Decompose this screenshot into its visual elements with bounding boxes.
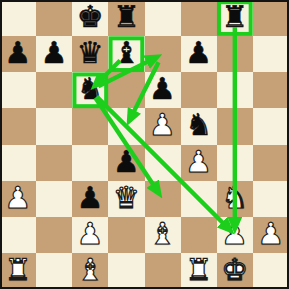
square-a1[interactable]: ♜ — [0, 253, 36, 289]
square-b4[interactable] — [36, 145, 72, 181]
square-a5[interactable] — [0, 108, 36, 144]
square-a6[interactable] — [0, 72, 36, 108]
piece-white-pawn-f4[interactable]: ♟ — [185, 147, 212, 177]
piece-white-rook-a1[interactable]: ♜ — [5, 255, 32, 285]
square-c5[interactable] — [72, 108, 108, 144]
square-d3[interactable]: ♛ — [108, 181, 144, 217]
square-e5[interactable]: ♟ — [145, 108, 181, 144]
piece-white-bishop-e2[interactable]: ♝ — [149, 219, 176, 249]
piece-black-queen-c7[interactable]: ♛ — [77, 38, 104, 68]
piece-black-rook-g8[interactable]: ♜ — [221, 2, 248, 32]
square-h7[interactable] — [253, 36, 289, 72]
piece-black-pawn-f7[interactable]: ♟ — [185, 38, 212, 68]
square-g5[interactable] — [217, 108, 253, 144]
square-e1[interactable] — [145, 253, 181, 289]
square-f5[interactable]: ♞ — [181, 108, 217, 144]
square-f4[interactable]: ♟ — [181, 145, 217, 181]
square-d4[interactable]: ♟ — [108, 145, 144, 181]
square-h6[interactable] — [253, 72, 289, 108]
piece-black-knight-c6[interactable]: ♞ — [77, 74, 104, 104]
piece-black-pawn-b7[interactable]: ♟ — [41, 38, 68, 68]
piece-white-pawn-a3[interactable]: ♟ — [5, 183, 32, 213]
square-g3[interactable]: ♞ — [217, 181, 253, 217]
square-c7[interactable]: ♛ — [72, 36, 108, 72]
piece-black-pawn-a7[interactable]: ♟ — [5, 38, 32, 68]
piece-black-pawn-c3[interactable]: ♟ — [77, 183, 104, 213]
piece-black-pawn-e6[interactable]: ♟ — [149, 74, 176, 104]
square-e2[interactable]: ♝ — [145, 217, 181, 253]
piece-black-pawn-d4[interactable]: ♟ — [113, 147, 140, 177]
square-e4[interactable] — [145, 145, 181, 181]
square-c4[interactable] — [72, 145, 108, 181]
square-a7[interactable]: ♟ — [0, 36, 36, 72]
square-h5[interactable] — [253, 108, 289, 144]
square-e8[interactable] — [145, 0, 181, 36]
square-c6[interactable]: ♞ — [72, 72, 108, 108]
square-b6[interactable] — [36, 72, 72, 108]
piece-black-bishop-d7[interactable]: ♝ — [113, 38, 140, 68]
square-g6[interactable] — [217, 72, 253, 108]
square-c1[interactable]: ♝ — [72, 253, 108, 289]
square-h4[interactable] — [253, 145, 289, 181]
square-d5[interactable] — [108, 108, 144, 144]
piece-white-pawn-c2[interactable]: ♟ — [77, 219, 104, 249]
square-f2[interactable] — [181, 217, 217, 253]
square-c8[interactable]: ♚ — [72, 0, 108, 36]
piece-white-king-g1[interactable]: ♚ — [221, 255, 248, 285]
square-f6[interactable] — [181, 72, 217, 108]
square-d1[interactable] — [108, 253, 144, 289]
square-g8[interactable]: ♜ — [217, 0, 253, 36]
square-g7[interactable] — [217, 36, 253, 72]
chess-board: ♚♜♜♟♟♛♝♟♞♟♟♞♟♟♟♟♛♞♟♝♟♟♜♝♜♚ — [0, 0, 289, 289]
square-f8[interactable] — [181, 0, 217, 36]
square-e7[interactable] — [145, 36, 181, 72]
square-a8[interactable] — [0, 0, 36, 36]
square-g4[interactable] — [217, 145, 253, 181]
piece-white-pawn-e5[interactable]: ♟ — [149, 110, 176, 140]
square-g2[interactable]: ♟ — [217, 217, 253, 253]
piece-black-rook-d8[interactable]: ♜ — [113, 2, 140, 32]
piece-white-pawn-h2[interactable]: ♟ — [257, 219, 284, 249]
square-d6[interactable] — [108, 72, 144, 108]
square-h2[interactable]: ♟ — [253, 217, 289, 253]
square-h1[interactable] — [253, 253, 289, 289]
square-c3[interactable]: ♟ — [72, 181, 108, 217]
square-a4[interactable] — [0, 145, 36, 181]
square-b2[interactable] — [36, 217, 72, 253]
square-e6[interactable]: ♟ — [145, 72, 181, 108]
square-g1[interactable]: ♚ — [217, 253, 253, 289]
square-e3[interactable] — [145, 181, 181, 217]
piece-white-rook-f1[interactable]: ♜ — [185, 255, 212, 285]
piece-white-queen-d3[interactable]: ♛ — [113, 183, 140, 213]
square-b5[interactable] — [36, 108, 72, 144]
square-h3[interactable] — [253, 181, 289, 217]
piece-black-knight-f5[interactable]: ♞ — [185, 110, 212, 140]
board-grid: ♚♜♜♟♟♛♝♟♞♟♟♞♟♟♟♟♛♞♟♝♟♟♜♝♜♚ — [0, 0, 289, 289]
square-h8[interactable] — [253, 0, 289, 36]
piece-white-bishop-c1[interactable]: ♝ — [77, 255, 104, 285]
piece-black-king-c8[interactable]: ♚ — [77, 2, 104, 32]
square-f3[interactable] — [181, 181, 217, 217]
piece-white-knight-g3[interactable]: ♞ — [221, 183, 248, 213]
square-b3[interactable] — [36, 181, 72, 217]
square-f1[interactable]: ♜ — [181, 253, 217, 289]
square-d8[interactable]: ♜ — [108, 0, 144, 36]
square-a2[interactable] — [0, 217, 36, 253]
square-b8[interactable] — [36, 0, 72, 36]
square-d7[interactable]: ♝ — [108, 36, 144, 72]
square-b1[interactable] — [36, 253, 72, 289]
square-a3[interactable]: ♟ — [0, 181, 36, 217]
piece-white-pawn-g2[interactable]: ♟ — [221, 219, 248, 249]
square-b7[interactable]: ♟ — [36, 36, 72, 72]
square-f7[interactable]: ♟ — [181, 36, 217, 72]
square-c2[interactable]: ♟ — [72, 217, 108, 253]
square-d2[interactable] — [108, 217, 144, 253]
